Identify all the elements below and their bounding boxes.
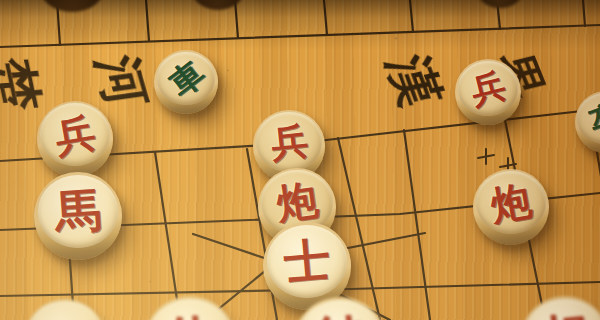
piece-face: 兵 (256, 112, 322, 172)
piece-glyph-兵: 兵 (269, 122, 310, 163)
piece-glyph-兵: 兵 (52, 112, 98, 158)
file-line-top-2 (146, 0, 149, 41)
river-calligraphy-he: 河 (80, 51, 164, 111)
xiangqi-board-photo: 楚 河 漢 界 車兵兵兵馬炮炮士卒仕帥相 (0, 0, 600, 320)
red-horse-piece[interactable]: 馬 (34, 172, 122, 260)
piece-glyph-仕: 仕 (164, 311, 216, 320)
piece-glyph-炮: 炮 (488, 180, 534, 226)
red-soldier-far-piece[interactable]: 兵 (455, 59, 521, 125)
piece-glyph-帥: 帥 (313, 312, 366, 320)
red-cannon-right-piece[interactable]: 炮 (473, 169, 549, 245)
piece-glyph-卒: 卒 (585, 98, 600, 139)
file-line-top-4 (324, 0, 327, 35)
green-chariot-piece[interactable]: 車 (154, 50, 218, 114)
piece-face: 兵 (40, 103, 110, 166)
file-line-v5 (404, 130, 430, 320)
piece-glyph-馬: 馬 (53, 187, 102, 236)
file-line-top-7 (583, 0, 585, 26)
file-line-top-5 (410, 0, 413, 32)
piece-glyph-士: 士 (282, 236, 332, 286)
piece-glyph-相: 相 (539, 310, 591, 320)
piece-face: 士 (267, 225, 348, 298)
file-line-v4 (338, 138, 380, 320)
piece-glyph-車: 車 (163, 55, 209, 101)
piece-face: 兵 (458, 61, 519, 116)
piece-glyph-炮: 炮 (274, 180, 320, 226)
piece-glyph-兵: 兵 (467, 68, 508, 109)
piece-face: 馬 (38, 175, 119, 248)
red-soldier-left-piece[interactable]: 兵 (37, 101, 113, 177)
piece-face: 車 (157, 52, 216, 105)
rank-line-h1 (0, 25, 600, 47)
file-line-top-3 (235, 0, 238, 38)
piece-face: 炮 (476, 171, 546, 234)
file-line-v2 (155, 152, 180, 320)
